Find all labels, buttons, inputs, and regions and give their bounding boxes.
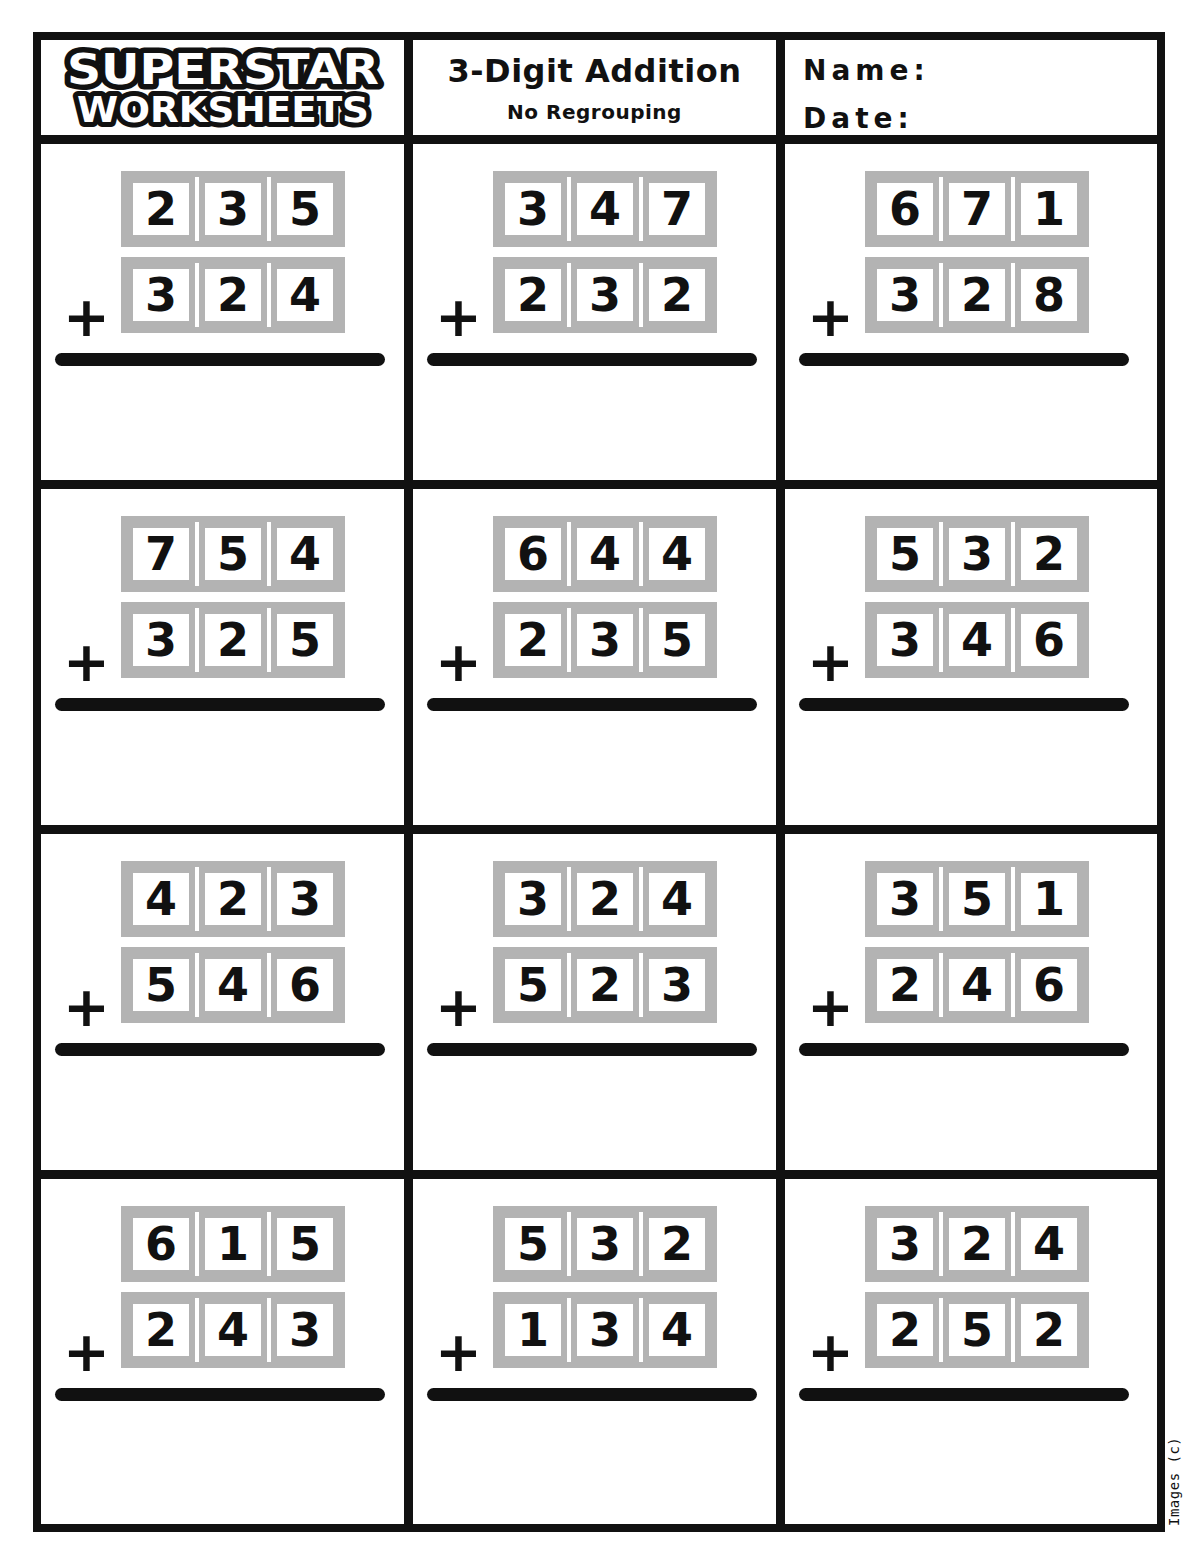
digit-box: 4 <box>271 263 339 327</box>
digit-box: 4 <box>643 1298 711 1362</box>
digit-box: 3 <box>499 177 567 241</box>
digit-box: 4 <box>199 953 267 1017</box>
answer-line <box>55 353 385 366</box>
answer-line <box>799 1043 1129 1056</box>
digit-box: 3 <box>571 1298 639 1362</box>
plus-sign: + <box>807 979 854 1035</box>
digit-box: 5 <box>871 522 939 586</box>
digit-box: 5 <box>271 608 339 672</box>
logo: SUPERSTAR WORKSHEETS <box>41 40 413 144</box>
digit-box: 5 <box>943 867 1011 931</box>
digit-box: 5 <box>499 1212 567 1276</box>
answer-line <box>427 353 757 366</box>
bottom-addend-strip: 2 4 3 <box>121 1292 345 1368</box>
bottom-addend-strip: 5 2 3 <box>493 947 717 1023</box>
digit-box: 2 <box>499 608 567 672</box>
problem-cell-1: 2 3 5 + 3 2 4 <box>41 144 413 489</box>
digit-box: 2 <box>199 867 267 931</box>
digit-box: 2 <box>571 953 639 1017</box>
digit-box: 4 <box>127 867 195 931</box>
bottom-addend-strip: 1 3 4 <box>493 1292 717 1368</box>
bottom-addend-strip: 2 5 2 <box>865 1292 1089 1368</box>
plus-sign: + <box>435 289 482 345</box>
bottom-addend-strip: 2 3 5 <box>493 602 717 678</box>
top-addend-strip: 5 3 2 <box>865 516 1089 592</box>
answer-line <box>799 353 1129 366</box>
bottom-addend-strip: 2 4 6 <box>865 947 1089 1023</box>
bottom-addend-strip: 5 4 6 <box>121 947 345 1023</box>
digit-box: 4 <box>571 522 639 586</box>
superstar-worksheets-logo: SUPERSTAR WORKSHEETS <box>55 42 391 134</box>
digit-box: 4 <box>943 608 1011 672</box>
digit-box: 6 <box>499 522 567 586</box>
logo-line-2: WORKSHEETS <box>77 90 369 130</box>
bottom-addend-strip: 3 2 5 <box>121 602 345 678</box>
problem-cell-11: 5 3 2 + 1 3 4 <box>413 1179 785 1524</box>
digit-box: 4 <box>943 953 1011 1017</box>
bottom-addend-strip: 3 4 6 <box>865 602 1089 678</box>
digit-box: 2 <box>127 1298 195 1362</box>
top-addend-strip: 3 5 1 <box>865 861 1089 937</box>
top-addend-strip: 7 5 4 <box>121 516 345 592</box>
answer-line <box>427 1043 757 1056</box>
digit-box: 3 <box>499 867 567 931</box>
answer-line <box>427 698 757 711</box>
digit-box: 3 <box>571 608 639 672</box>
digit-box: 2 <box>871 953 939 1017</box>
digit-box: 3 <box>271 867 339 931</box>
digit-box: 2 <box>643 263 711 327</box>
problem-cell-8: 3 2 4 + 5 2 3 <box>413 834 785 1179</box>
name-date-block: Name: Date: <box>785 40 1157 144</box>
top-addend-strip: 6 4 4 <box>493 516 717 592</box>
digit-box: 3 <box>127 263 195 327</box>
digit-box: 5 <box>127 953 195 1017</box>
problem-cell-5: 6 4 4 + 2 3 5 <box>413 489 785 834</box>
problem-cell-7: 4 2 3 + 5 4 6 <box>41 834 413 1179</box>
digit-box: 5 <box>199 522 267 586</box>
digit-box: 2 <box>499 263 567 327</box>
date-label: Date: <box>803 102 1157 135</box>
plus-sign: + <box>63 634 110 690</box>
problem-cell-6: 5 3 2 + 3 4 6 <box>785 489 1157 834</box>
answer-line <box>55 1388 385 1401</box>
problem-cell-9: 3 5 1 + 2 4 6 <box>785 834 1157 1179</box>
plus-sign: + <box>63 1324 110 1380</box>
digit-box: 2 <box>643 1212 711 1276</box>
top-addend-strip: 2 3 5 <box>121 171 345 247</box>
plus-sign: + <box>807 634 854 690</box>
top-addend-strip: 6 1 5 <box>121 1206 345 1282</box>
top-addend-strip: 3 2 4 <box>493 861 717 937</box>
digit-box: 3 <box>271 1298 339 1362</box>
digit-box: 4 <box>643 522 711 586</box>
digit-box: 6 <box>127 1212 195 1276</box>
plus-sign: + <box>435 1324 482 1380</box>
answer-line <box>799 1388 1129 1401</box>
title-block: 3-Digit Addition No Regrouping <box>413 40 785 144</box>
digit-box: 3 <box>571 263 639 327</box>
digit-box: 2 <box>871 1298 939 1362</box>
digit-box: 3 <box>871 1212 939 1276</box>
digit-box: 3 <box>871 867 939 931</box>
digit-box: 2 <box>571 867 639 931</box>
answer-line <box>799 698 1129 711</box>
problem-cell-10: 6 1 5 + 2 4 3 <box>41 1179 413 1524</box>
logo-line-1: SUPERSTAR <box>67 44 379 94</box>
digit-box: 2 <box>199 608 267 672</box>
problem-cell-3: 6 7 1 + 3 2 8 <box>785 144 1157 489</box>
answer-line <box>427 1388 757 1401</box>
digit-box: 5 <box>943 1298 1011 1362</box>
digit-box: 3 <box>571 1212 639 1276</box>
digit-box: 5 <box>499 953 567 1017</box>
plus-sign: + <box>435 979 482 1035</box>
page-subtitle: No Regrouping <box>507 100 682 124</box>
digit-box: 2 <box>1015 522 1083 586</box>
bottom-addend-strip: 3 2 4 <box>121 257 345 333</box>
digit-box: 4 <box>571 177 639 241</box>
digit-box: 3 <box>199 177 267 241</box>
digit-box: 2 <box>127 177 195 241</box>
problem-cell-12: 3 2 4 + 2 5 2 <box>785 1179 1157 1524</box>
digit-box: 2 <box>943 263 1011 327</box>
digit-box: 5 <box>271 177 339 241</box>
problem-cell-2: 3 4 7 + 2 3 2 <box>413 144 785 489</box>
digit-box: 3 <box>643 953 711 1017</box>
digit-box: 3 <box>943 522 1011 586</box>
digit-box: 4 <box>643 867 711 931</box>
digit-box: 4 <box>199 1298 267 1362</box>
digit-box: 2 <box>1015 1298 1083 1362</box>
top-addend-strip: 3 2 4 <box>865 1206 1089 1282</box>
digit-box: 7 <box>943 177 1011 241</box>
digit-box: 1 <box>1015 177 1083 241</box>
digit-box: 8 <box>1015 263 1083 327</box>
bottom-addend-strip: 2 3 2 <box>493 257 717 333</box>
digit-box: 2 <box>943 1212 1011 1276</box>
answer-line <box>55 1043 385 1056</box>
digit-box: 7 <box>643 177 711 241</box>
digit-box: 5 <box>271 1212 339 1276</box>
digit-box: 6 <box>871 177 939 241</box>
plus-sign: + <box>63 979 110 1035</box>
top-addend-strip: 4 2 3 <box>121 861 345 937</box>
digit-box: 6 <box>271 953 339 1017</box>
page-title: 3-Digit Addition <box>448 52 742 90</box>
digit-box: 1 <box>1015 867 1083 931</box>
digit-box: 4 <box>1015 1212 1083 1276</box>
digit-box: 5 <box>643 608 711 672</box>
name-label: Name: <box>803 54 1157 87</box>
credit-text: Images (c) <box>1166 1437 1182 1526</box>
plus-sign: + <box>435 634 482 690</box>
plus-sign: + <box>63 289 110 345</box>
plus-sign: + <box>807 289 854 345</box>
digit-box: 7 <box>127 522 195 586</box>
plus-sign: + <box>807 1324 854 1380</box>
bottom-addend-strip: 3 2 8 <box>865 257 1089 333</box>
digit-box: 1 <box>199 1212 267 1276</box>
digit-box: 6 <box>1015 953 1083 1017</box>
top-addend-strip: 3 4 7 <box>493 171 717 247</box>
worksheet-table: SUPERSTAR WORKSHEETS 3-Digit Addition No… <box>33 32 1165 1532</box>
digit-box: 6 <box>1015 608 1083 672</box>
answer-line <box>55 698 385 711</box>
top-addend-strip: 6 7 1 <box>865 171 1089 247</box>
top-addend-strip: 5 3 2 <box>493 1206 717 1282</box>
digit-box: 3 <box>871 608 939 672</box>
digit-box: 1 <box>499 1298 567 1362</box>
digit-box: 3 <box>127 608 195 672</box>
digit-box: 3 <box>871 263 939 327</box>
digit-box: 2 <box>199 263 267 327</box>
digit-box: 4 <box>271 522 339 586</box>
problem-cell-4: 7 5 4 + 3 2 5 <box>41 489 413 834</box>
